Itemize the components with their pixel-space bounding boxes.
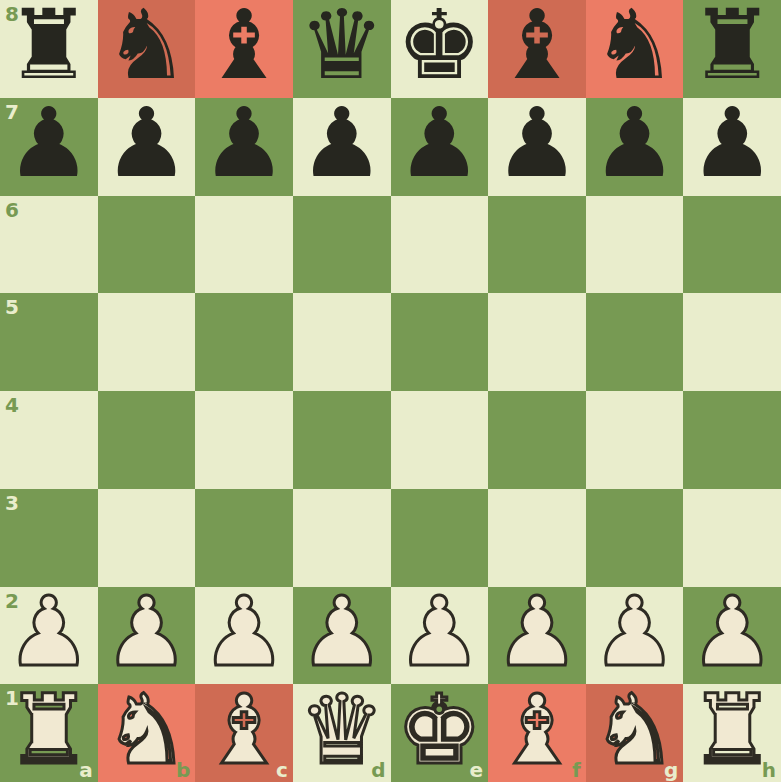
piece-black-bishop-f8[interactable]: ♝ [494,0,580,94]
piece-white-rook-a1[interactable]: ♜ [6,682,92,779]
piece-black-bishop-c8[interactable]: ♝ [201,0,287,94]
piece-black-king-e8[interactable]: ♚ [396,0,482,94]
piece-black-rook-h8[interactable]: ♜ [689,0,775,94]
square-d8[interactable]: ♛ [293,0,391,98]
square-a8[interactable]: 8♜ [0,0,98,98]
rank-label-3: 3 [5,493,19,513]
square-f3[interactable] [488,489,586,587]
piece-white-pawn-h2[interactable]: ♟ [689,584,775,681]
square-c1[interactable]: c♝ [195,684,293,782]
square-a3[interactable]: 3 [0,489,98,587]
piece-white-pawn-e2[interactable]: ♟ [396,584,482,681]
square-e7[interactable]: ♟ [391,98,489,196]
square-f2[interactable]: ♟ [488,587,586,685]
piece-white-pawn-g2[interactable]: ♟ [592,584,678,681]
square-g7[interactable]: ♟ [586,98,684,196]
piece-white-pawn-b2[interactable]: ♟ [103,584,189,681]
square-h5[interactable] [683,293,781,391]
square-a7[interactable]: 7♟ [0,98,98,196]
square-h3[interactable] [683,489,781,587]
piece-black-pawn-g7[interactable]: ♟ [592,95,678,192]
square-c6[interactable] [195,196,293,294]
rank-label-6: 6 [5,200,19,220]
square-c5[interactable] [195,293,293,391]
square-h2[interactable]: ♟ [683,587,781,685]
piece-white-knight-g1[interactable]: ♞ [592,682,678,779]
square-d3[interactable] [293,489,391,587]
square-b6[interactable] [98,196,196,294]
square-b3[interactable] [98,489,196,587]
square-b1[interactable]: b♞ [98,684,196,782]
piece-black-pawn-h7[interactable]: ♟ [689,95,775,192]
square-f7[interactable]: ♟ [488,98,586,196]
square-b8[interactable]: ♞ [98,0,196,98]
square-g6[interactable] [586,196,684,294]
square-d1[interactable]: d♛ [293,684,391,782]
square-a1[interactable]: 1a♜ [0,684,98,782]
square-d7[interactable]: ♟ [293,98,391,196]
square-a4[interactable]: 4 [0,391,98,489]
square-h4[interactable] [683,391,781,489]
piece-black-pawn-e7[interactable]: ♟ [396,95,482,192]
piece-white-rook-h1[interactable]: ♜ [689,682,775,779]
square-e1[interactable]: e♚ [391,684,489,782]
piece-white-pawn-a2[interactable]: ♟ [6,584,92,681]
square-c7[interactable]: ♟ [195,98,293,196]
square-g1[interactable]: g♞ [586,684,684,782]
square-h7[interactable]: ♟ [683,98,781,196]
square-f8[interactable]: ♝ [488,0,586,98]
piece-white-king-e1[interactable]: ♚ [396,682,482,779]
piece-black-pawn-d7[interactable]: ♟ [299,95,385,192]
rank-label-5: 5 [5,297,19,317]
piece-white-queen-d1[interactable]: ♛ [299,682,385,779]
square-a2[interactable]: 2♟ [0,587,98,685]
piece-white-pawn-f2[interactable]: ♟ [494,584,580,681]
square-b7[interactable]: ♟ [98,98,196,196]
square-e6[interactable] [391,196,489,294]
square-g4[interactable] [586,391,684,489]
piece-black-knight-g8[interactable]: ♞ [592,0,678,94]
square-h6[interactable] [683,196,781,294]
square-b5[interactable] [98,293,196,391]
square-d5[interactable] [293,293,391,391]
square-g8[interactable]: ♞ [586,0,684,98]
square-e4[interactable] [391,391,489,489]
square-f1[interactable]: f♝ [488,684,586,782]
piece-white-bishop-f1[interactable]: ♝ [494,682,580,779]
square-g2[interactable]: ♟ [586,587,684,685]
rank-label-4: 4 [5,395,19,415]
square-b4[interactable] [98,391,196,489]
square-c4[interactable] [195,391,293,489]
piece-black-pawn-c7[interactable]: ♟ [201,95,287,192]
square-c8[interactable]: ♝ [195,0,293,98]
square-a6[interactable]: 6 [0,196,98,294]
square-f5[interactable] [488,293,586,391]
piece-black-pawn-a7[interactable]: ♟ [6,95,92,192]
piece-white-pawn-d2[interactable]: ♟ [299,584,385,681]
square-g3[interactable] [586,489,684,587]
piece-black-pawn-b7[interactable]: ♟ [103,95,189,192]
square-b2[interactable]: ♟ [98,587,196,685]
chess-board: 8♜♞♝♛♚♝♞♜7♟♟♟♟♟♟♟♟65432♟♟♟♟♟♟♟♟1a♜b♞c♝d♛… [0,0,781,782]
piece-black-rook-a8[interactable]: ♜ [6,0,92,94]
square-g5[interactable] [586,293,684,391]
square-f4[interactable] [488,391,586,489]
square-e2[interactable]: ♟ [391,587,489,685]
piece-white-knight-b1[interactable]: ♞ [103,682,189,779]
piece-white-pawn-c2[interactable]: ♟ [201,584,287,681]
piece-black-knight-b8[interactable]: ♞ [103,0,189,94]
square-h8[interactable]: ♜ [683,0,781,98]
square-a5[interactable]: 5 [0,293,98,391]
square-f6[interactable] [488,196,586,294]
square-d6[interactable] [293,196,391,294]
square-e3[interactable] [391,489,489,587]
square-d2[interactable]: ♟ [293,587,391,685]
square-e8[interactable]: ♚ [391,0,489,98]
piece-black-queen-d8[interactable]: ♛ [299,0,385,94]
square-c3[interactable] [195,489,293,587]
piece-white-bishop-c1[interactable]: ♝ [201,682,287,779]
square-c2[interactable]: ♟ [195,587,293,685]
square-e5[interactable] [391,293,489,391]
square-h1[interactable]: h♜ [683,684,781,782]
square-d4[interactable] [293,391,391,489]
piece-black-pawn-f7[interactable]: ♟ [494,95,580,192]
